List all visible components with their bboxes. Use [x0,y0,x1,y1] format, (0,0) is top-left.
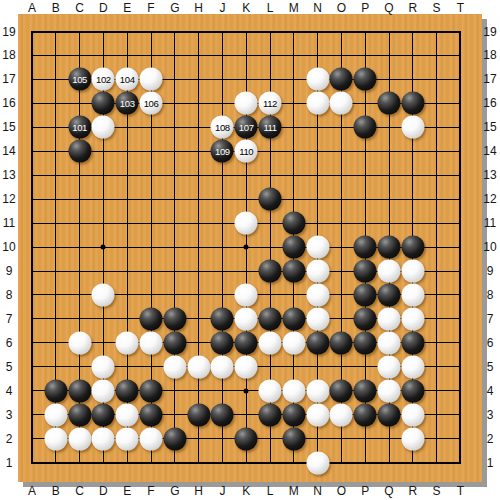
move-number-label: 104 [120,75,135,85]
row-label-left: 2 [6,433,13,445]
stone-black-P8 [354,283,377,306]
column-label-top: M [289,2,299,14]
stone-black-C4 [68,379,91,402]
stone-white-R7 [401,307,424,330]
row-label-left: 4 [6,385,13,397]
stone-black-B4 [44,379,67,402]
stone-black-P4 [354,379,377,402]
stone-black-P17 [354,68,377,91]
stone-black-M9 [282,260,305,283]
stone-black-C3 [68,403,91,426]
column-label-top: R [408,2,417,14]
stone-white-D15 [92,116,115,139]
stone-white-E2 [116,427,139,450]
stone-black-M2 [282,427,305,450]
column-label-bottom: O [337,485,346,497]
column-label-bottom: R [408,485,417,497]
stone-white-F6 [140,331,163,354]
stone-white-K16 [235,92,258,115]
stone-white-K8 [235,283,258,306]
stone-black-R10 [401,236,424,259]
row-label-left: 13 [2,169,15,181]
stone-black-P9 [354,260,377,283]
stone-white-R2 [401,427,424,450]
stone-black-R4 [401,379,424,402]
stone-white-D2 [92,427,115,450]
column-label-top: H [194,2,203,14]
stone-white-Q9 [378,260,401,283]
stone-black-P15 [354,116,377,139]
row-label-right: 12 [483,193,496,205]
move-number-label: 103 [120,99,135,109]
column-label-bottom: H [194,485,203,497]
column-label-top: J [219,2,225,14]
stone-black-M3 [282,403,305,426]
row-label-right: 2 [487,433,494,445]
stone-black-Q10 [378,236,401,259]
row-label-right: 5 [487,361,494,373]
column-label-top: D [99,2,108,14]
stone-white-K14: 110 [235,140,258,163]
stone-white-N7 [306,307,329,330]
row-label-right: 6 [487,337,494,349]
move-number-label: 101 [72,123,87,133]
row-label-right: 18 [483,49,496,61]
stone-white-F2 [140,427,163,450]
column-label-bottom: L [267,485,274,497]
stone-black-O6 [330,331,353,354]
stone-black-E4 [116,379,139,402]
grid-line [31,462,461,464]
move-number-label: 107 [239,123,254,133]
row-label-left: 6 [6,337,13,349]
stone-white-N10 [306,236,329,259]
stone-white-N17 [306,68,329,91]
row-label-right: 10 [483,241,496,253]
stone-black-F3 [140,403,163,426]
stone-black-O17 [330,68,353,91]
row-label-left: 3 [6,409,13,421]
move-number-label: 108 [215,123,230,133]
stone-black-L12 [259,188,282,211]
column-label-bottom: T [457,485,464,497]
column-label-top: N [313,2,322,14]
stone-white-J5 [211,355,234,378]
stone-white-D4 [92,379,115,402]
move-number-label: 112 [263,99,277,109]
column-label-top: B [52,2,60,14]
row-label-left: 19 [2,26,15,38]
stone-black-C15: 101 [68,116,91,139]
stone-black-M7 [282,307,305,330]
row-label-left: 11 [3,217,15,229]
column-label-bottom: F [147,485,154,497]
row-label-right: 3 [487,409,494,421]
row-label-right: 1 [487,457,494,469]
stone-white-O3 [330,403,353,426]
stone-black-J6 [211,331,234,354]
column-label-bottom: G [170,485,179,497]
stone-black-H3 [187,403,210,426]
stone-black-F7 [140,307,163,330]
column-label-bottom: Q [384,485,393,497]
stone-white-L4 [259,379,282,402]
move-number-label: 110 [239,147,253,157]
stone-white-R5 [401,355,424,378]
stone-white-H5 [187,355,210,378]
stone-white-C6 [68,331,91,354]
stone-white-O16 [330,92,353,115]
stone-black-G7 [163,307,186,330]
stone-black-F4 [140,379,163,402]
column-label-top: P [361,2,369,14]
grid-line [459,31,461,464]
column-label-top: S [433,2,441,14]
stone-black-R16 [401,92,424,115]
column-label-top: L [267,2,274,14]
row-label-left: 10 [2,241,15,253]
column-label-top: C [75,2,84,14]
grid-line [436,31,437,464]
row-label-left: 8 [6,289,13,301]
stone-white-B2 [44,427,67,450]
stone-black-M11 [282,212,305,235]
stone-white-E17: 104 [116,68,139,91]
stone-black-E16: 103 [116,92,139,115]
stone-white-K7 [235,307,258,330]
stone-white-L16: 112 [259,92,282,115]
column-label-bottom: D [99,485,108,497]
stone-black-Q8 [378,283,401,306]
stone-black-N6 [306,331,329,354]
stone-black-C17: 105 [68,68,91,91]
stone-white-F17 [140,68,163,91]
column-label-bottom: C [75,485,84,497]
stone-white-N3 [306,403,329,426]
move-number-label: 102 [96,75,111,85]
row-label-left: 18 [2,49,15,61]
column-label-top: Q [384,2,393,14]
row-label-left: 5 [6,361,13,373]
column-label-top: E [123,2,131,14]
column-label-top: T [457,2,464,14]
star-point [244,245,249,250]
stone-white-F16: 106 [140,92,163,115]
stone-black-P3 [354,403,377,426]
column-label-bottom: J [219,485,225,497]
stone-white-E3 [116,403,139,426]
column-label-bottom: K [242,485,250,497]
stone-black-K6 [235,331,258,354]
stone-white-N8 [306,283,329,306]
column-label-bottom: P [361,485,369,497]
stone-black-O4 [330,379,353,402]
stone-white-Q5 [378,355,401,378]
column-label-bottom: M [289,485,299,497]
stone-black-L15: 111 [259,116,282,139]
stone-white-E6 [116,331,139,354]
move-number-label: 111 [263,123,276,133]
stone-white-J15: 108 [211,116,234,139]
stone-white-Q7 [378,307,401,330]
stone-black-G6 [163,331,186,354]
move-number-label: 109 [215,147,230,157]
column-label-bottom: N [313,485,322,497]
stone-white-D8 [92,283,115,306]
stone-white-R15 [401,116,424,139]
column-label-top: A [28,2,36,14]
stone-white-N9 [306,260,329,283]
go-board: AABBCCDDEEFFGGHHJJKKLLMMNNOOPPQQRRSSTT19… [0,0,500,500]
stone-white-N4 [306,379,329,402]
stone-black-P10 [354,236,377,259]
star-point [244,388,249,393]
row-label-left: 9 [6,265,13,277]
row-label-left: 17 [2,73,15,85]
stone-white-N16 [306,92,329,115]
stone-black-C14 [68,140,91,163]
stone-white-Q4 [378,379,401,402]
row-label-left: 1 [6,457,13,469]
stone-white-D17: 102 [92,68,115,91]
column-label-bottom: B [52,485,60,497]
stone-black-R6 [401,331,424,354]
row-label-right: 17 [483,73,496,85]
column-label-bottom: E [123,485,131,497]
row-label-left: 14 [2,145,15,157]
row-label-left: 7 [6,313,13,325]
stone-black-Q16 [378,92,401,115]
stone-white-L6 [259,331,282,354]
row-label-right: 9 [487,265,494,277]
stone-white-K11 [235,212,258,235]
stone-white-G5 [163,355,186,378]
stone-black-L7 [259,307,282,330]
stone-black-P6 [354,331,377,354]
stone-white-C2 [68,427,91,450]
stone-black-J7 [211,307,234,330]
stone-black-K2 [235,427,258,450]
stone-white-R9 [401,260,424,283]
stone-black-Q3 [378,403,401,426]
stone-white-R3 [401,403,424,426]
stone-black-D16 [92,92,115,115]
stone-black-J3 [211,403,234,426]
stone-white-B3 [44,403,67,426]
stone-black-L9 [259,260,282,283]
stone-black-M10 [282,236,305,259]
move-number-label: 105 [72,75,87,85]
stone-white-Q6 [378,331,401,354]
stone-white-M6 [282,331,305,354]
stone-black-J14: 109 [211,140,234,163]
row-label-right: 15 [483,121,496,133]
stone-white-M4 [282,379,305,402]
row-label-right: 8 [487,289,494,301]
row-label-left: 16 [2,97,15,109]
row-label-left: 15 [2,121,15,133]
row-label-right: 11 [484,217,496,229]
column-label-top: G [170,2,179,14]
row-label-right: 7 [487,313,494,325]
column-label-bottom: S [433,485,441,497]
move-number-label: 106 [144,99,159,109]
stone-white-R8 [401,283,424,306]
row-label-right: 13 [483,169,496,181]
stone-black-G2 [163,427,186,450]
stone-black-D3 [92,403,115,426]
stone-black-L3 [259,403,282,426]
column-label-top: F [147,2,154,14]
column-label-top: K [242,2,250,14]
stone-white-N1 [306,451,329,474]
row-label-right: 14 [483,145,496,157]
column-label-top: O [337,2,346,14]
row-label-right: 16 [483,97,496,109]
row-label-left: 12 [2,193,15,205]
column-label-bottom: A [28,485,36,497]
stone-white-K5 [235,355,258,378]
row-label-right: 4 [487,385,494,397]
stone-black-P7 [354,307,377,330]
row-label-right: 19 [483,26,496,38]
stone-black-K15: 107 [235,116,258,139]
stone-white-D5 [92,355,115,378]
star-point [101,245,106,250]
